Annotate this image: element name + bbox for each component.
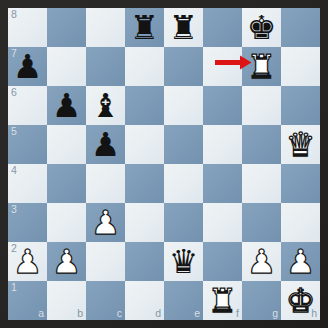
square-f5[interactable] bbox=[203, 125, 242, 164]
piece-black-pawn-b6[interactable]: ♟ bbox=[52, 86, 82, 125]
chess-board: 8♜♜♚7♟♜6♟♝5♟♛43♟2♟♟♛♟♟1abcdef♜gh♚ bbox=[8, 8, 320, 320]
square-d5[interactable] bbox=[125, 125, 164, 164]
square-e8[interactable]: ♜ bbox=[164, 8, 203, 47]
rank-label-6: 6 bbox=[11, 87, 17, 98]
square-c3[interactable]: ♟ bbox=[86, 203, 125, 242]
file-label-d: d bbox=[155, 308, 161, 319]
square-e1[interactable]: e bbox=[164, 281, 203, 320]
piece-white-pawn-h2[interactable]: ♟ bbox=[286, 242, 316, 281]
square-a8[interactable]: 8 bbox=[8, 8, 47, 47]
square-f4[interactable] bbox=[203, 164, 242, 203]
square-f6[interactable] bbox=[203, 86, 242, 125]
square-d3[interactable] bbox=[125, 203, 164, 242]
piece-black-rook-d8[interactable]: ♜ bbox=[130, 8, 160, 47]
rank-label-4: 4 bbox=[11, 165, 17, 176]
square-c2[interactable] bbox=[86, 242, 125, 281]
piece-black-pawn-a7[interactable]: ♟ bbox=[13, 47, 43, 86]
square-b8[interactable] bbox=[47, 8, 86, 47]
piece-white-pawn-b2[interactable]: ♟ bbox=[52, 242, 82, 281]
square-c8[interactable] bbox=[86, 8, 125, 47]
square-f1[interactable]: f♜ bbox=[203, 281, 242, 320]
rank-label-7: 7 bbox=[11, 48, 17, 59]
square-h1[interactable]: h♚ bbox=[281, 281, 320, 320]
piece-white-rook-f1[interactable]: ♜ bbox=[208, 281, 238, 320]
square-h5[interactable]: ♛ bbox=[281, 125, 320, 164]
board-frame: 8♜♜♚7♟♜6♟♝5♟♛43♟2♟♟♛♟♟1abcdef♜gh♚ bbox=[0, 0, 328, 328]
square-d4[interactable] bbox=[125, 164, 164, 203]
square-h6[interactable] bbox=[281, 86, 320, 125]
square-e5[interactable] bbox=[164, 125, 203, 164]
file-label-e: e bbox=[194, 308, 200, 319]
square-c7[interactable] bbox=[86, 47, 125, 86]
file-label-h: h bbox=[311, 308, 317, 319]
square-c1[interactable]: c bbox=[86, 281, 125, 320]
rank-label-1: 1 bbox=[11, 282, 17, 293]
square-g8[interactable]: ♚ bbox=[242, 8, 281, 47]
square-a6[interactable]: 6 bbox=[8, 86, 47, 125]
square-g2[interactable]: ♟ bbox=[242, 242, 281, 281]
square-h8[interactable] bbox=[281, 8, 320, 47]
file-label-b: b bbox=[77, 308, 83, 319]
square-b3[interactable] bbox=[47, 203, 86, 242]
piece-black-pawn-c5[interactable]: ♟ bbox=[91, 125, 121, 164]
square-h3[interactable] bbox=[281, 203, 320, 242]
piece-white-rook-g7[interactable]: ♜ bbox=[247, 47, 277, 86]
file-label-g: g bbox=[272, 308, 278, 319]
square-a3[interactable]: 3 bbox=[8, 203, 47, 242]
square-d7[interactable] bbox=[125, 47, 164, 86]
square-b1[interactable]: b bbox=[47, 281, 86, 320]
square-b6[interactable]: ♟ bbox=[47, 86, 86, 125]
square-d1[interactable]: d bbox=[125, 281, 164, 320]
square-b2[interactable]: ♟ bbox=[47, 242, 86, 281]
square-b7[interactable] bbox=[47, 47, 86, 86]
square-c6[interactable]: ♝ bbox=[86, 86, 125, 125]
square-d8[interactable]: ♜ bbox=[125, 8, 164, 47]
square-g4[interactable] bbox=[242, 164, 281, 203]
piece-black-rook-e8[interactable]: ♜ bbox=[169, 8, 199, 47]
square-b4[interactable] bbox=[47, 164, 86, 203]
square-d2[interactable] bbox=[125, 242, 164, 281]
rank-label-3: 3 bbox=[11, 204, 17, 215]
square-a7[interactable]: 7♟ bbox=[8, 47, 47, 86]
file-label-f: f bbox=[236, 308, 239, 319]
square-g5[interactable] bbox=[242, 125, 281, 164]
square-h4[interactable] bbox=[281, 164, 320, 203]
file-label-c: c bbox=[117, 308, 122, 319]
square-e3[interactable] bbox=[164, 203, 203, 242]
square-f8[interactable] bbox=[203, 8, 242, 47]
square-c4[interactable] bbox=[86, 164, 125, 203]
square-g7[interactable]: ♜ bbox=[242, 47, 281, 86]
square-e6[interactable] bbox=[164, 86, 203, 125]
piece-white-pawn-g2[interactable]: ♟ bbox=[247, 242, 277, 281]
piece-white-queen-h5[interactable]: ♛ bbox=[286, 125, 316, 164]
square-h7[interactable] bbox=[281, 47, 320, 86]
square-f2[interactable] bbox=[203, 242, 242, 281]
rank-label-2: 2 bbox=[11, 243, 17, 254]
square-a1[interactable]: 1a bbox=[8, 281, 47, 320]
square-e2[interactable]: ♛ bbox=[164, 242, 203, 281]
piece-white-pawn-c3[interactable]: ♟ bbox=[91, 203, 121, 242]
square-g3[interactable] bbox=[242, 203, 281, 242]
piece-white-pawn-a2[interactable]: ♟ bbox=[13, 242, 43, 281]
square-f7[interactable] bbox=[203, 47, 242, 86]
square-a2[interactable]: 2♟ bbox=[8, 242, 47, 281]
rank-label-8: 8 bbox=[11, 9, 17, 20]
square-e4[interactable] bbox=[164, 164, 203, 203]
square-a5[interactable]: 5 bbox=[8, 125, 47, 164]
square-e7[interactable] bbox=[164, 47, 203, 86]
piece-black-bishop-c6[interactable]: ♝ bbox=[91, 86, 121, 125]
rank-label-5: 5 bbox=[11, 126, 17, 137]
square-d6[interactable] bbox=[125, 86, 164, 125]
square-c5[interactable]: ♟ bbox=[86, 125, 125, 164]
square-g1[interactable]: g bbox=[242, 281, 281, 320]
square-f3[interactable] bbox=[203, 203, 242, 242]
square-b5[interactable] bbox=[47, 125, 86, 164]
file-label-a: a bbox=[38, 308, 44, 319]
square-a4[interactable]: 4 bbox=[8, 164, 47, 203]
piece-black-king-g8[interactable]: ♚ bbox=[247, 8, 277, 47]
piece-black-queen-e2[interactable]: ♛ bbox=[169, 242, 199, 281]
square-h2[interactable]: ♟ bbox=[281, 242, 320, 281]
square-g6[interactable] bbox=[242, 86, 281, 125]
